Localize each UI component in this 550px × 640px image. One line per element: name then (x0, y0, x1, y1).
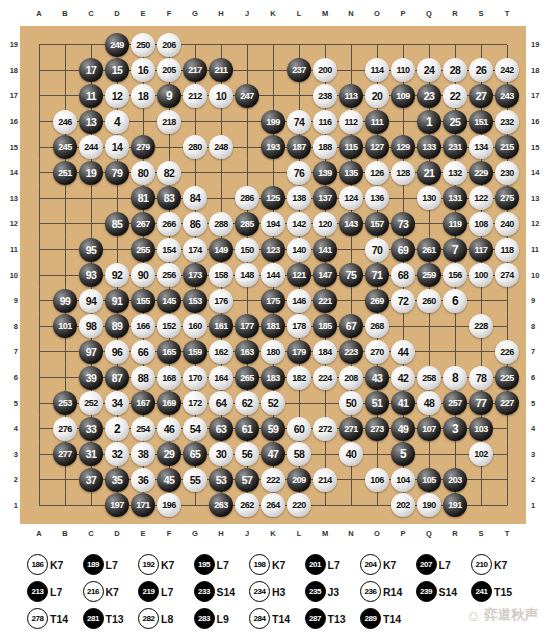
board-point-J6: 265 (234, 365, 260, 391)
board-point-C16: 13 (78, 109, 104, 135)
stone-black-1: 1 (417, 110, 441, 134)
board-point-J12: 285 (234, 211, 260, 237)
board-point-J7: 163 (234, 339, 260, 365)
column-label-C: C (78, 9, 104, 21)
board-point-K1: 264 (260, 493, 286, 519)
stone-white-40: 40 (339, 442, 363, 466)
stone-white-172: 172 (183, 391, 207, 415)
stone-black-225: 225 (495, 366, 519, 390)
stone-white-260: 260 (417, 289, 441, 313)
stone-black-277: 277 (53, 442, 77, 466)
board-point-O19 (364, 32, 390, 58)
stone-white-268: 268 (365, 314, 389, 338)
stone-black-165: 165 (157, 340, 181, 364)
stone-white-116: 116 (313, 110, 337, 134)
board-point-O1 (364, 493, 390, 519)
stone-white-288: 288 (209, 212, 233, 236)
board-point-T17: 243 (494, 83, 520, 109)
stone-white-114: 114 (365, 58, 389, 82)
stone-white-130: 130 (417, 186, 441, 210)
board-point-S10: 100 (468, 262, 494, 288)
board-point-C5: 252 (78, 390, 104, 416)
stone-black-155: 155 (131, 289, 155, 313)
board-point-R10: 156 (442, 262, 468, 288)
board-point-J18 (234, 58, 260, 84)
board-point-N7: 223 (338, 339, 364, 365)
board-point-E3: 38 (130, 442, 156, 468)
caption-row-1: 186K7189L7192K7195L7198K7201L7204K7207L7… (27, 551, 532, 578)
board-point-H5: 64 (208, 390, 234, 416)
board-point-Q16: 1 (416, 109, 442, 135)
board-point-D9: 91 (104, 288, 130, 314)
board-point-T6: 225 (494, 365, 520, 391)
caption-point-label: T14 (383, 613, 401, 625)
stone-white-22: 22 (443, 84, 467, 108)
stone-black-267: 267 (131, 212, 155, 236)
board-point-G13: 84 (182, 186, 208, 212)
board-point-F1: 196 (156, 493, 182, 519)
board-point-F4: 46 (156, 416, 182, 442)
board-point-C11: 95 (78, 237, 104, 263)
stone-black-103: 103 (469, 417, 493, 441)
board-point-L14: 76 (286, 160, 312, 186)
caption-stone-white-234: 234 (249, 581, 270, 602)
stone-black-95: 95 (79, 238, 103, 262)
row-label-15: 15 (531, 134, 546, 160)
column-label-J: J (234, 529, 260, 541)
board-point-M8: 185 (312, 314, 338, 340)
caption-entry-207: 207L7 (416, 554, 472, 575)
stone-black-75: 75 (339, 263, 363, 287)
stone-black-111: 111 (365, 110, 389, 134)
stone-white-110: 110 (391, 58, 415, 82)
stone-white-134: 134 (469, 135, 493, 159)
caption-stone-black-233: 233 (194, 581, 215, 602)
stone-black-245: 245 (53, 135, 77, 159)
board-point-D15: 14 (104, 134, 130, 160)
stone-black-163: 163 (235, 340, 259, 364)
column-label-L: L (286, 529, 312, 541)
board-point-N3: 40 (338, 442, 364, 468)
stone-black-231: 231 (443, 135, 467, 159)
board-point-A5 (26, 390, 52, 416)
board-point-E8: 166 (130, 314, 156, 340)
board-point-H11: 149 (208, 237, 234, 263)
board-point-A19 (26, 32, 52, 58)
board-point-M2: 214 (312, 467, 338, 493)
caption-entry-278: 278T14 (27, 608, 83, 629)
caption-point-label: L8 (161, 613, 173, 625)
board-point-G15: 280 (182, 134, 208, 160)
row-label-9: 9 (3, 288, 18, 314)
board-point-T16: 232 (494, 109, 520, 135)
board-point-A17 (26, 83, 52, 109)
stone-white-254: 254 (131, 417, 155, 441)
row-label-2: 2 (3, 467, 18, 493)
board-point-K9: 175 (260, 288, 286, 314)
caption-entry-235: 235J3 (305, 581, 361, 602)
row-label-5: 5 (531, 390, 546, 416)
stone-white-264: 264 (261, 493, 285, 517)
board-point-R6: 8 (442, 365, 468, 391)
stone-black-217: 217 (183, 58, 207, 82)
row-label-8: 8 (3, 314, 18, 340)
stone-white-226: 226 (495, 340, 519, 364)
board-point-R11: 7 (442, 237, 468, 263)
stone-black-197: 197 (105, 493, 129, 517)
board-point-E14: 80 (130, 160, 156, 186)
stone-white-246: 246 (53, 110, 77, 134)
board-point-L1: 220 (286, 493, 312, 519)
board-point-B7 (52, 339, 78, 365)
board-point-O18: 114 (364, 58, 390, 84)
board-point-N4: 271 (338, 416, 364, 442)
stone-black-157: 157 (365, 212, 389, 236)
board-point-N6: 208 (338, 365, 364, 391)
caption-stone-black-241: 241 (471, 581, 492, 602)
board-point-Q3 (416, 442, 442, 468)
stone-black-173: 173 (183, 263, 207, 287)
board-point-D2: 35 (104, 467, 130, 493)
stone-black-249: 249 (105, 33, 129, 57)
stone-black-15: 15 (105, 58, 129, 82)
stone-black-151: 151 (469, 110, 493, 134)
board-point-D4: 2 (104, 416, 130, 442)
caption-entry-281: 281T13 (83, 608, 139, 629)
board-point-K2: 222 (260, 467, 286, 493)
board-point-D10: 92 (104, 262, 130, 288)
board-point-O11: 70 (364, 237, 390, 263)
stone-white-112: 112 (339, 110, 363, 134)
board-point-B10 (52, 262, 78, 288)
stone-black-209: 209 (287, 468, 311, 492)
board-point-P3: 5 (390, 442, 416, 468)
board-point-R7 (442, 339, 468, 365)
caption-point-label: L7 (161, 586, 173, 598)
board-point-S12: 108 (468, 211, 494, 237)
board-point-B18 (52, 58, 78, 84)
board-point-C17: 11 (78, 83, 104, 109)
board-point-L13: 138 (286, 186, 312, 212)
board-point-N13: 124 (338, 186, 364, 212)
board-point-H15: 248 (208, 134, 234, 160)
stone-black-125: 125 (261, 186, 285, 210)
board-point-S18: 26 (468, 58, 494, 84)
row-label-4: 4 (3, 416, 18, 442)
board-point-Q11: 261 (416, 237, 442, 263)
stone-white-44: 44 (391, 340, 415, 364)
late-moves-caption: 186K7189L7192K7195L7198K7201L7204K7207L7… (27, 551, 532, 632)
board-point-D18: 15 (104, 58, 130, 84)
board-point-G17: 212 (182, 83, 208, 109)
board-point-K16: 199 (260, 109, 286, 135)
board-point-Q19 (416, 32, 442, 58)
board-point-O5: 51 (364, 390, 390, 416)
board-point-N14: 135 (338, 160, 364, 186)
row-label-1: 1 (3, 493, 18, 519)
stone-white-60: 60 (287, 417, 311, 441)
stone-black-27: 27 (469, 84, 493, 108)
stone-white-120: 120 (313, 212, 337, 236)
board-point-N10: 75 (338, 262, 364, 288)
board-point-D14: 79 (104, 160, 130, 186)
board-point-H1: 263 (208, 493, 234, 519)
stone-white-26: 26 (469, 58, 493, 82)
column-label-Q: Q (416, 529, 442, 541)
caption-stone-black-289: 289 (360, 608, 381, 629)
board-point-J14 (234, 160, 260, 186)
board-point-R17: 22 (442, 83, 468, 109)
board-point-O6: 43 (364, 365, 390, 391)
stone-white-244: 244 (79, 135, 103, 159)
board-point-O9: 269 (364, 288, 390, 314)
board-point-J16 (234, 109, 260, 135)
board-point-H3: 30 (208, 442, 234, 468)
board-point-S6: 78 (468, 365, 494, 391)
board-point-E17: 18 (130, 83, 156, 109)
stone-white-274: 274 (495, 263, 519, 287)
board-point-B5: 253 (52, 390, 78, 416)
board-point-A16 (26, 109, 52, 135)
board-point-J2: 57 (234, 467, 260, 493)
board-point-S7 (468, 339, 494, 365)
column-label-D: D (104, 529, 130, 541)
board-point-O2: 106 (364, 467, 390, 493)
row-label-14: 14 (3, 160, 18, 186)
stone-white-118: 118 (495, 238, 519, 262)
stone-white-174: 174 (183, 238, 207, 262)
board-point-N5: 50 (338, 390, 364, 416)
board-point-A9 (26, 288, 52, 314)
board-point-H4: 63 (208, 416, 234, 442)
board-point-G5: 172 (182, 390, 208, 416)
stone-white-50: 50 (339, 391, 363, 415)
board-point-Q6: 258 (416, 365, 442, 391)
column-label-D: D (104, 9, 130, 21)
board-point-K14 (260, 160, 286, 186)
caption-entry-186: 186K7 (27, 554, 83, 575)
caption-point-label: S14 (217, 586, 236, 598)
stone-black-161: 161 (209, 314, 233, 338)
stone-white-70: 70 (365, 238, 389, 262)
board-point-E13: 81 (130, 186, 156, 212)
stone-black-263: 263 (209, 493, 233, 517)
board-point-A3 (26, 442, 52, 468)
stone-white-48: 48 (417, 391, 441, 415)
board-point-M7: 184 (312, 339, 338, 365)
stone-black-57: 57 (235, 468, 259, 492)
stone-white-82: 82 (157, 161, 181, 185)
stone-black-127: 127 (365, 135, 389, 159)
stone-black-25: 25 (443, 110, 467, 134)
stone-black-19: 19 (79, 161, 103, 185)
stone-white-166: 166 (131, 314, 155, 338)
board-point-G8: 160 (182, 314, 208, 340)
board-point-D7: 96 (104, 339, 130, 365)
caption-entry-210: 210K7 (471, 554, 527, 575)
board-point-F7: 165 (156, 339, 182, 365)
go-board: 2492502061715162052172112372001141102428… (20, 26, 526, 524)
board-point-D8: 89 (104, 314, 130, 340)
row-label-18: 18 (531, 58, 546, 84)
board-point-P4: 49 (390, 416, 416, 442)
column-label-A: A (26, 9, 52, 21)
board-point-E2: 36 (130, 467, 156, 493)
board-point-G9: 153 (182, 288, 208, 314)
board-point-E11: 255 (130, 237, 156, 263)
board-point-S15: 134 (468, 134, 494, 160)
board-point-F6: 168 (156, 365, 182, 391)
stone-black-45: 45 (157, 468, 181, 492)
stone-white-196: 196 (157, 493, 181, 517)
column-label-N: N (338, 9, 364, 21)
stone-white-20: 20 (365, 84, 389, 108)
board-point-C15: 244 (78, 134, 104, 160)
caption-point-label: L9 (217, 613, 229, 625)
row-label-5: 5 (3, 390, 18, 416)
board-point-M15: 188 (312, 134, 338, 160)
caption-entry-233: 233S14 (194, 581, 250, 602)
stone-white-220: 220 (287, 493, 311, 517)
stone-black-199: 199 (261, 110, 285, 134)
stone-white-230: 230 (495, 161, 519, 185)
board-point-G19 (182, 32, 208, 58)
stone-white-222: 222 (261, 468, 285, 492)
board-point-T14: 230 (494, 160, 520, 186)
board-point-C9: 94 (78, 288, 104, 314)
row-label-10: 10 (3, 262, 18, 288)
caption-entry-198: 198K7 (249, 554, 305, 575)
board-point-O12: 157 (364, 211, 390, 237)
stone-white-14: 14 (105, 135, 129, 159)
board-point-Q12 (416, 211, 442, 237)
column-label-J: J (234, 9, 260, 21)
column-label-S: S (468, 529, 494, 541)
caption-stone-black-239: 239 (416, 581, 437, 602)
board-point-S2 (468, 467, 494, 493)
stone-white-8: 8 (443, 366, 467, 390)
stone-black-115: 115 (339, 135, 363, 159)
stone-white-108: 108 (469, 212, 493, 236)
stone-black-79: 79 (105, 161, 129, 185)
stone-white-242: 242 (495, 58, 519, 82)
board-point-B11 (52, 237, 78, 263)
stone-white-182: 182 (287, 366, 311, 390)
board-point-J11: 150 (234, 237, 260, 263)
board-point-R3 (442, 442, 468, 468)
stone-white-4: 4 (105, 110, 129, 134)
board-point-E10: 90 (130, 262, 156, 288)
board-point-S13: 122 (468, 186, 494, 212)
board-point-T5: 227 (494, 390, 520, 416)
board-point-Q9: 260 (416, 288, 442, 314)
stone-black-255: 255 (131, 238, 155, 262)
board-point-M3 (312, 442, 338, 468)
board-point-Q8 (416, 314, 442, 340)
stone-white-188: 188 (313, 135, 337, 159)
caption-stone-black-195: 195 (194, 554, 215, 575)
stone-white-66: 66 (131, 340, 155, 364)
board-point-H9: 176 (208, 288, 234, 314)
stone-black-65: 65 (183, 442, 207, 466)
caption-point-label: L7 (50, 586, 62, 598)
board-point-D11 (104, 237, 130, 263)
column-labels-bottom: ABCDEFGHJKLMNOPQRST (26, 529, 520, 541)
board-point-J8: 177 (234, 314, 260, 340)
board-point-S9 (468, 288, 494, 314)
row-label-3: 3 (531, 442, 546, 468)
board-point-K8: 181 (260, 314, 286, 340)
stone-black-99: 99 (53, 289, 77, 313)
stone-white-122: 122 (469, 186, 493, 210)
board-point-A10 (26, 262, 52, 288)
board-point-B1 (52, 493, 78, 519)
board-point-M17: 238 (312, 83, 338, 109)
board-point-N1 (338, 493, 364, 519)
stone-white-272: 272 (313, 417, 337, 441)
stone-black-279: 279 (131, 135, 155, 159)
board-point-C7: 97 (78, 339, 104, 365)
board-point-N2 (338, 467, 364, 493)
caption-stone-white-210: 210 (471, 554, 492, 575)
board-point-A8 (26, 314, 52, 340)
board-point-K12: 194 (260, 211, 286, 237)
board-point-D19: 249 (104, 32, 130, 58)
stone-white-64: 64 (209, 391, 233, 415)
board-point-G11: 174 (182, 237, 208, 263)
board-point-M18: 200 (312, 58, 338, 84)
caption-point-label: K7 (50, 559, 63, 571)
stone-white-36: 36 (131, 468, 155, 492)
caption-entry-239: 239S14 (416, 581, 472, 602)
board-point-A2 (26, 467, 52, 493)
board-point-R14: 132 (442, 160, 468, 186)
board-point-R4: 3 (442, 416, 468, 442)
board-point-G7: 159 (182, 339, 208, 365)
board-point-F15 (156, 134, 182, 160)
row-label-7: 7 (531, 339, 546, 365)
stone-white-16: 16 (131, 58, 155, 82)
stone-white-102: 102 (469, 442, 493, 466)
board-point-M16: 116 (312, 109, 338, 135)
stone-white-178: 178 (287, 314, 311, 338)
board-point-D1: 197 (104, 493, 130, 519)
stone-black-17: 17 (79, 58, 103, 82)
board-point-P11: 69 (390, 237, 416, 263)
board-point-E16 (130, 109, 156, 135)
row-label-15: 15 (3, 134, 18, 160)
board-point-B2 (52, 467, 78, 493)
board-point-P15: 129 (390, 134, 416, 160)
stone-black-269: 269 (365, 289, 389, 313)
row-label-12: 12 (531, 211, 546, 237)
caption-entry-201: 201L7 (305, 554, 361, 575)
board-point-L12: 142 (286, 211, 312, 237)
board-point-P10: 68 (390, 262, 416, 288)
stone-black-33: 33 (79, 417, 103, 441)
stone-black-257: 257 (443, 391, 467, 415)
board-point-E1: 171 (130, 493, 156, 519)
board-point-O8: 268 (364, 314, 390, 340)
caption-row-2: 213L7216K7219L7233S14234H3235J3236R14239… (27, 578, 532, 605)
caption-row-3: 278T14281T13282L8283L9284T14287T13289T14 (27, 605, 532, 632)
stone-black-87: 87 (105, 366, 129, 390)
caption-point-label: K7 (106, 586, 119, 598)
board-point-G18: 217 (182, 58, 208, 84)
board-point-G12: 86 (182, 211, 208, 237)
board-point-T11: 118 (494, 237, 520, 263)
stone-white-46: 46 (157, 417, 181, 441)
